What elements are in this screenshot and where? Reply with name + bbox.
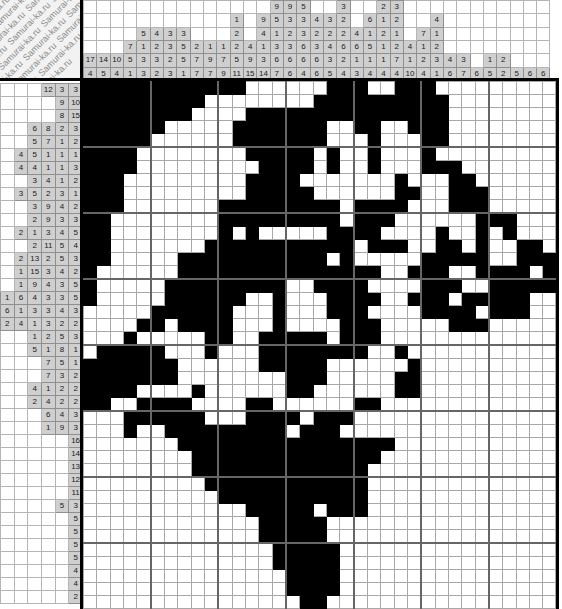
- grid-cell[interactable]: [272, 372, 286, 385]
- grid-cell[interactable]: [123, 530, 136, 544]
- grid-cell[interactable]: [407, 411, 421, 425]
- grid-cell[interactable]: [503, 319, 516, 332]
- grid-cell[interactable]: [110, 464, 123, 478]
- grid-cell[interactable]: [529, 543, 542, 557]
- grid-cell[interactable]: [300, 596, 313, 609]
- grid-cell[interactable]: [529, 583, 542, 596]
- grid-cell[interactable]: [191, 95, 204, 108]
- grid-cell[interactable]: [151, 306, 165, 319]
- grid-cell[interactable]: [178, 517, 191, 530]
- grid-cell[interactable]: [232, 306, 245, 319]
- grid-cell[interactable]: [475, 134, 489, 148]
- grid-cell[interactable]: [381, 161, 394, 174]
- grid-cell[interactable]: [286, 438, 300, 451]
- grid-cell[interactable]: [313, 187, 326, 200]
- grid-cell[interactable]: [204, 557, 218, 570]
- grid-cell[interactable]: [421, 266, 435, 280]
- grid-cell[interactable]: [543, 477, 556, 491]
- grid-cell[interactable]: [259, 279, 272, 293]
- grid-cell[interactable]: [313, 359, 326, 372]
- grid-cell[interactable]: [407, 372, 421, 385]
- grid-cell[interactable]: [435, 266, 448, 280]
- grid-cell[interactable]: [123, 187, 136, 200]
- grid-cell[interactable]: [313, 451, 326, 464]
- grid-cell[interactable]: [435, 253, 448, 266]
- grid-cell[interactable]: [435, 570, 448, 583]
- grid-cell[interactable]: [204, 266, 218, 280]
- grid-cell[interactable]: [313, 240, 326, 253]
- grid-cell[interactable]: [448, 530, 461, 544]
- grid-cell[interactable]: [164, 530, 177, 544]
- grid-cell[interactable]: [232, 147, 245, 161]
- grid-cell[interactable]: [286, 213, 300, 227]
- grid-cell[interactable]: [381, 504, 394, 517]
- grid-cell[interactable]: [326, 425, 339, 438]
- grid-cell[interactable]: [448, 359, 461, 372]
- grid-cell[interactable]: [326, 530, 339, 544]
- grid-cell[interactable]: [272, 279, 286, 293]
- grid-cell[interactable]: [110, 491, 123, 504]
- grid-cell[interactable]: [529, 359, 542, 372]
- grid-cell[interactable]: [110, 438, 123, 451]
- grid-cell[interactable]: [394, 359, 407, 372]
- grid-cell[interactable]: [313, 530, 326, 544]
- grid-cell[interactable]: [272, 583, 286, 596]
- grid-cell[interactable]: [218, 200, 232, 214]
- grid-cell[interactable]: [300, 425, 313, 438]
- grid-cell[interactable]: [462, 359, 475, 372]
- grid-cell[interactable]: [475, 596, 489, 609]
- grid-cell[interactable]: [300, 570, 313, 583]
- grid-cell[interactable]: [421, 293, 435, 306]
- grid-cell[interactable]: [354, 359, 368, 372]
- grid-cell[interactable]: [326, 557, 339, 570]
- grid-cell[interactable]: [232, 240, 245, 253]
- grid-cell[interactable]: [529, 451, 542, 464]
- grid-cell[interactable]: [123, 161, 136, 174]
- grid-cell[interactable]: [543, 293, 556, 306]
- grid-cell[interactable]: [448, 266, 461, 280]
- grid-cell[interactable]: [489, 438, 503, 451]
- grid-cell[interactable]: [259, 543, 272, 557]
- grid-cell[interactable]: [367, 543, 380, 557]
- grid-cell[interactable]: [381, 359, 394, 372]
- grid-cell[interactable]: [204, 491, 218, 504]
- grid-cell[interactable]: [178, 108, 191, 121]
- grid-cell[interactable]: [164, 213, 177, 227]
- grid-cell[interactable]: [543, 530, 556, 544]
- grid-cell[interactable]: [340, 517, 354, 530]
- grid-cell[interactable]: [313, 319, 326, 332]
- grid-cell[interactable]: [435, 332, 448, 346]
- grid-cell[interactable]: [84, 477, 97, 491]
- grid-cell[interactable]: [204, 161, 218, 174]
- grid-cell[interactable]: [529, 411, 542, 425]
- grid-cell[interactable]: [164, 227, 177, 240]
- grid-cell[interactable]: [340, 134, 354, 148]
- grid-cell[interactable]: [326, 187, 339, 200]
- grid-cell[interactable]: [367, 213, 380, 227]
- grid-cell[interactable]: [354, 147, 368, 161]
- grid-cell[interactable]: [164, 279, 177, 293]
- grid-cell[interactable]: [326, 174, 339, 187]
- grid-cell[interactable]: [475, 213, 489, 227]
- grid-cell[interactable]: [110, 385, 123, 398]
- grid-cell[interactable]: [489, 121, 503, 134]
- grid-cell[interactable]: [286, 477, 300, 491]
- grid-cell[interactable]: [313, 147, 326, 161]
- grid-cell[interactable]: [110, 557, 123, 570]
- grid-cell[interactable]: [286, 425, 300, 438]
- grid-cell[interactable]: [97, 174, 110, 187]
- grid-cell[interactable]: [137, 161, 151, 174]
- grid-cell[interactable]: [462, 438, 475, 451]
- grid-cell[interactable]: [218, 530, 232, 544]
- grid-cell[interactable]: [516, 425, 529, 438]
- grid-cell[interactable]: [462, 240, 475, 253]
- grid-cell[interactable]: [354, 266, 368, 280]
- grid-cell[interactable]: [123, 108, 136, 121]
- grid-cell[interactable]: [516, 306, 529, 319]
- grid-cell[interactable]: [340, 411, 354, 425]
- grid-cell[interactable]: [84, 464, 97, 478]
- grid-cell[interactable]: [164, 187, 177, 200]
- grid-cell[interactable]: [272, 570, 286, 583]
- grid-cell[interactable]: [516, 557, 529, 570]
- grid-cell[interactable]: [259, 372, 272, 385]
- grid-cell[interactable]: [529, 306, 542, 319]
- grid-cell[interactable]: [164, 95, 177, 108]
- grid-cell[interactable]: [232, 464, 245, 478]
- grid-cell[interactable]: [151, 477, 165, 491]
- grid-cell[interactable]: [259, 517, 272, 530]
- grid-cell[interactable]: [300, 372, 313, 385]
- grid-cell[interactable]: [435, 411, 448, 425]
- grid-cell[interactable]: [232, 266, 245, 280]
- grid-cell[interactable]: [123, 253, 136, 266]
- grid-cell[interactable]: [245, 161, 258, 174]
- grid-cell[interactable]: [354, 187, 368, 200]
- grid-cell[interactable]: [218, 319, 232, 332]
- grid-cell[interactable]: [178, 398, 191, 412]
- grid-cell[interactable]: [543, 332, 556, 346]
- grid-cell[interactable]: [272, 385, 286, 398]
- grid-cell[interactable]: [421, 227, 435, 240]
- grid-cell[interactable]: [97, 82, 110, 95]
- grid-cell[interactable]: [178, 438, 191, 451]
- grid-cell[interactable]: [448, 121, 461, 134]
- grid-cell[interactable]: [151, 161, 165, 174]
- grid-cell[interactable]: [326, 385, 339, 398]
- grid-cell[interactable]: [421, 411, 435, 425]
- grid-cell[interactable]: [97, 583, 110, 596]
- grid-cell[interactable]: [407, 306, 421, 319]
- grid-cell[interactable]: [110, 240, 123, 253]
- grid-cell[interactable]: [151, 583, 165, 596]
- grid-cell[interactable]: [475, 319, 489, 332]
- grid-cell[interactable]: [448, 134, 461, 148]
- grid-cell[interactable]: [421, 253, 435, 266]
- grid-cell[interactable]: [300, 530, 313, 544]
- grid-cell[interactable]: [259, 253, 272, 266]
- grid-cell[interactable]: [394, 82, 407, 95]
- grid-cell[interactable]: [503, 227, 516, 240]
- grid-cell[interactable]: [245, 213, 258, 227]
- grid-cell[interactable]: [462, 491, 475, 504]
- grid-cell[interactable]: [218, 266, 232, 280]
- grid-cell[interactable]: [529, 438, 542, 451]
- grid-cell[interactable]: [543, 108, 556, 121]
- grid-cell[interactable]: [245, 253, 258, 266]
- grid-cell[interactable]: [84, 161, 97, 174]
- grid-cell[interactable]: [97, 187, 110, 200]
- grid-cell[interactable]: [218, 108, 232, 121]
- grid-cell[interactable]: [462, 293, 475, 306]
- grid-cell[interactable]: [421, 543, 435, 557]
- grid-cell[interactable]: [448, 583, 461, 596]
- grid-cell[interactable]: [340, 477, 354, 491]
- grid-cell[interactable]: [340, 543, 354, 557]
- grid-cell[interactable]: [286, 306, 300, 319]
- grid-cell[interactable]: [435, 583, 448, 596]
- grid-cell[interactable]: [178, 504, 191, 517]
- grid-cell[interactable]: [178, 464, 191, 478]
- grid-cell[interactable]: [232, 411, 245, 425]
- grid-cell[interactable]: [272, 95, 286, 108]
- grid-cell[interactable]: [218, 596, 232, 609]
- grid-cell[interactable]: [313, 266, 326, 280]
- grid-cell[interactable]: [123, 319, 136, 332]
- grid-cell[interactable]: [435, 134, 448, 148]
- grid-cell[interactable]: [204, 253, 218, 266]
- grid-cell[interactable]: [381, 543, 394, 557]
- grid-cell[interactable]: [489, 240, 503, 253]
- grid-cell[interactable]: [394, 161, 407, 174]
- grid-cell[interactable]: [529, 200, 542, 214]
- grid-cell[interactable]: [151, 332, 165, 346]
- grid-cell[interactable]: [381, 517, 394, 530]
- grid-cell[interactable]: [367, 253, 380, 266]
- grid-cell[interactable]: [462, 95, 475, 108]
- grid-cell[interactable]: [543, 95, 556, 108]
- grid-cell[interactable]: [489, 491, 503, 504]
- grid-cell[interactable]: [178, 174, 191, 187]
- grid-cell[interactable]: [272, 464, 286, 478]
- grid-cell[interactable]: [354, 306, 368, 319]
- grid-cell[interactable]: [97, 121, 110, 134]
- grid-cell[interactable]: [300, 332, 313, 346]
- grid-cell[interactable]: [489, 266, 503, 280]
- grid-cell[interactable]: [164, 385, 177, 398]
- grid-cell[interactable]: [164, 477, 177, 491]
- grid-cell[interactable]: [137, 543, 151, 557]
- grid-cell[interactable]: [204, 147, 218, 161]
- grid-cell[interactable]: [326, 570, 339, 583]
- grid-cell[interactable]: [340, 266, 354, 280]
- grid-cell[interactable]: [286, 147, 300, 161]
- grid-cell[interactable]: [421, 438, 435, 451]
- grid-cell[interactable]: [367, 491, 380, 504]
- grid-cell[interactable]: [123, 306, 136, 319]
- grid-cell[interactable]: [218, 543, 232, 557]
- grid-cell[interactable]: [300, 213, 313, 227]
- grid-cell[interactable]: [191, 345, 204, 359]
- grid-cell[interactable]: [326, 596, 339, 609]
- grid-cell[interactable]: [354, 227, 368, 240]
- grid-cell[interactable]: [259, 359, 272, 372]
- grid-cell[interactable]: [286, 345, 300, 359]
- grid-cell[interactable]: [435, 517, 448, 530]
- grid-cell[interactable]: [529, 108, 542, 121]
- grid-cell[interactable]: [313, 174, 326, 187]
- grid-cell[interactable]: [137, 372, 151, 385]
- grid-cell[interactable]: [245, 517, 258, 530]
- grid-cell[interactable]: [367, 319, 380, 332]
- grid-cell[interactable]: [462, 200, 475, 214]
- grid-cell[interactable]: [421, 570, 435, 583]
- grid-cell[interactable]: [110, 570, 123, 583]
- grid-cell[interactable]: [367, 293, 380, 306]
- grid-cell[interactable]: [475, 227, 489, 240]
- grid-cell[interactable]: [326, 213, 339, 227]
- grid-cell[interactable]: [178, 253, 191, 266]
- grid-cell[interactable]: [421, 200, 435, 214]
- grid-cell[interactable]: [272, 425, 286, 438]
- grid-cell[interactable]: [204, 411, 218, 425]
- grid-cell[interactable]: [137, 477, 151, 491]
- grid-cell[interactable]: [178, 332, 191, 346]
- grid-cell[interactable]: [313, 332, 326, 346]
- grid-cell[interactable]: [407, 293, 421, 306]
- grid-cell[interactable]: [489, 464, 503, 478]
- grid-cell[interactable]: [435, 385, 448, 398]
- grid-cell[interactable]: [462, 411, 475, 425]
- grid-cell[interactable]: [245, 398, 258, 412]
- grid-cell[interactable]: [178, 491, 191, 504]
- grid-cell[interactable]: [503, 530, 516, 544]
- grid-cell[interactable]: [448, 319, 461, 332]
- grid-cell[interactable]: [381, 596, 394, 609]
- grid-cell[interactable]: [475, 425, 489, 438]
- grid-cell[interactable]: [232, 438, 245, 451]
- grid-cell[interactable]: [326, 161, 339, 174]
- grid-cell[interactable]: [259, 306, 272, 319]
- grid-cell[interactable]: [110, 279, 123, 293]
- grid-cell[interactable]: [421, 359, 435, 372]
- grid-cell[interactable]: [164, 293, 177, 306]
- grid-cell[interactable]: [245, 596, 258, 609]
- grid-cell[interactable]: [151, 543, 165, 557]
- grid-cell[interactable]: [394, 385, 407, 398]
- grid-cell[interactable]: [475, 504, 489, 517]
- grid-cell[interactable]: [259, 213, 272, 227]
- grid-cell[interactable]: [543, 570, 556, 583]
- grid-cell[interactable]: [543, 372, 556, 385]
- grid-cell[interactable]: [151, 213, 165, 227]
- grid-cell[interactable]: [340, 451, 354, 464]
- grid-cell[interactable]: [300, 319, 313, 332]
- grid-cell[interactable]: [326, 108, 339, 121]
- grid-cell[interactable]: [232, 372, 245, 385]
- grid-cell[interactable]: [84, 279, 97, 293]
- grid-cell[interactable]: [435, 279, 448, 293]
- grid-cell[interactable]: [435, 187, 448, 200]
- grid-cell[interactable]: [259, 319, 272, 332]
- grid-cell[interactable]: [178, 385, 191, 398]
- grid-cell[interactable]: [259, 240, 272, 253]
- grid-cell[interactable]: [381, 240, 394, 253]
- grid-cell[interactable]: [448, 187, 461, 200]
- grid-cell[interactable]: [326, 464, 339, 478]
- grid-cell[interactable]: [286, 570, 300, 583]
- grid-cell[interactable]: [218, 187, 232, 200]
- grid-cell[interactable]: [326, 491, 339, 504]
- grid-cell[interactable]: [259, 147, 272, 161]
- grid-cell[interactable]: [97, 279, 110, 293]
- grid-cell[interactable]: [286, 121, 300, 134]
- grid-cell[interactable]: [110, 451, 123, 464]
- grid-cell[interactable]: [313, 82, 326, 95]
- grid-cell[interactable]: [448, 279, 461, 293]
- grid-cell[interactable]: [232, 319, 245, 332]
- grid-cell[interactable]: [381, 293, 394, 306]
- grid-cell[interactable]: [407, 240, 421, 253]
- grid-cell[interactable]: [300, 557, 313, 570]
- grid-cell[interactable]: [204, 477, 218, 491]
- grid-cell[interactable]: [340, 161, 354, 174]
- grid-cell[interactable]: [151, 108, 165, 121]
- grid-cell[interactable]: [543, 425, 556, 438]
- grid-cell[interactable]: [529, 477, 542, 491]
- grid-cell[interactable]: [218, 557, 232, 570]
- grid-cell[interactable]: [367, 95, 380, 108]
- grid-cell[interactable]: [475, 517, 489, 530]
- grid-cell[interactable]: [123, 411, 136, 425]
- grid-cell[interactable]: [475, 385, 489, 398]
- grid-cell[interactable]: [84, 266, 97, 280]
- grid-cell[interactable]: [178, 425, 191, 438]
- grid-cell[interactable]: [367, 570, 380, 583]
- grid-cell[interactable]: [110, 543, 123, 557]
- grid-cell[interactable]: [503, 306, 516, 319]
- grid-cell[interactable]: [245, 557, 258, 570]
- grid-cell[interactable]: [435, 213, 448, 227]
- grid-cell[interactable]: [204, 293, 218, 306]
- grid-cell[interactable]: [123, 266, 136, 280]
- grid-cell[interactable]: [475, 332, 489, 346]
- grid-cell[interactable]: [503, 161, 516, 174]
- grid-cell[interactable]: [84, 504, 97, 517]
- grid-cell[interactable]: [84, 293, 97, 306]
- grid-cell[interactable]: [272, 227, 286, 240]
- grid-cell[interactable]: [543, 227, 556, 240]
- grid-cell[interactable]: [529, 570, 542, 583]
- grid-cell[interactable]: [503, 359, 516, 372]
- grid-cell[interactable]: [354, 398, 368, 412]
- grid-cell[interactable]: [178, 266, 191, 280]
- grid-cell[interactable]: [272, 108, 286, 121]
- grid-cell[interactable]: [300, 411, 313, 425]
- grid-cell[interactable]: [462, 477, 475, 491]
- grid-cell[interactable]: [354, 95, 368, 108]
- grid-cell[interactable]: [421, 213, 435, 227]
- grid-cell[interactable]: [123, 82, 136, 95]
- grid-cell[interactable]: [313, 200, 326, 214]
- grid-cell[interactable]: [164, 134, 177, 148]
- grid-cell[interactable]: [286, 596, 300, 609]
- grid-cell[interactable]: [340, 279, 354, 293]
- grid-cell[interactable]: [245, 121, 258, 134]
